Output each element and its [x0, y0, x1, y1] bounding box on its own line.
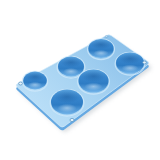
cavity — [78, 69, 110, 94]
hanging-hole — [105, 36, 108, 38]
cavity-inner-shadow — [54, 91, 80, 104]
cavity — [88, 39, 115, 60]
cavity-reflection — [63, 68, 79, 75]
cavity — [50, 89, 84, 116]
cavity-inner-shadow — [119, 53, 142, 64]
hanging-hole — [70, 118, 74, 121]
cavity-inner-shadow — [60, 57, 81, 67]
mold-photo-svg: Light blue six-cavity hemisphere silicon… — [0, 0, 160, 160]
cavity — [115, 52, 145, 75]
cavity-inner-shadow — [25, 72, 44, 81]
hanging-hole — [19, 82, 23, 85]
cavity-reflection — [85, 83, 103, 91]
hanging-hole — [143, 61, 147, 64]
cavity-reflection — [57, 104, 76, 113]
cavity-reflection — [122, 64, 139, 71]
product-photo-stage: Light blue six-cavity hemisphere silicon… — [0, 0, 160, 160]
cavity-inner-shadow — [91, 40, 112, 50]
cavity-inner-shadow — [81, 70, 106, 82]
cavity-reflection — [28, 82, 42, 88]
cavity — [22, 71, 47, 91]
cavity-reflection — [93, 50, 108, 56]
